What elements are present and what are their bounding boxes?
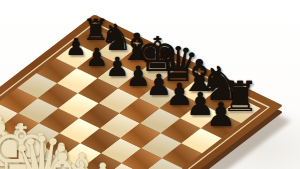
white-pawn-b2: ♟	[83, 158, 122, 169]
pieces-layer: ♜♞♝♛♚♝♞♜♟♟♟♟♟♟♟♟♟♟♟♟♟♟♟♟♜♞♝♛♚♝♞♜	[0, 0, 300, 169]
black-pawn-c7: ♟	[164, 80, 194, 110]
black-bishop-f8: ♝	[118, 29, 155, 66]
black-rook-h8: ♜	[81, 16, 110, 45]
white-pawn-a2: ♟	[104, 168, 143, 169]
black-pawn-d7: ♟	[144, 71, 173, 100]
black-pawn-e7: ♟	[124, 63, 152, 91]
black-pawn-g7: ♟	[84, 45, 109, 70]
white-bishop-f1: ♝	[0, 116, 30, 169]
chess-set-photo: ♜♞♝♛♚♝♞♜♟♟♟♟♟♟♟♟♟♟♟♟♟♟♟♟♜♞♝♛♚♝♞♜	[0, 0, 300, 169]
white-pawn-c2: ♟	[62, 148, 101, 169]
white-king-e1: ♚	[0, 115, 57, 169]
white-bishop-c1: ♝	[32, 145, 92, 169]
black-pawn-b7: ♟	[184, 89, 216, 121]
white-pawn-g2: ♟	[0, 111, 17, 146]
black-pawn-a7: ♟	[204, 98, 237, 131]
black-queen-d8: ♛	[154, 41, 202, 89]
black-pawn-f7: ♟	[104, 54, 130, 80]
white-knight-b1: ♞	[52, 154, 114, 169]
black-knight-g8: ♞	[98, 20, 134, 56]
white-pawn-e2: ♟	[22, 129, 60, 167]
black-king-e8: ♚	[134, 31, 181, 78]
white-pawn-d2: ♟	[42, 138, 81, 169]
black-knight-b8: ♞	[196, 61, 243, 108]
white-queen-d1: ♛	[7, 128, 76, 169]
white-knight-g1: ♞	[0, 107, 9, 166]
white-pawn-f2: ♟	[2, 120, 39, 157]
black-rook-a8: ♜	[219, 76, 261, 118]
black-pawn-h7: ♟	[64, 36, 88, 60]
black-bishop-c8: ♝	[177, 54, 221, 98]
